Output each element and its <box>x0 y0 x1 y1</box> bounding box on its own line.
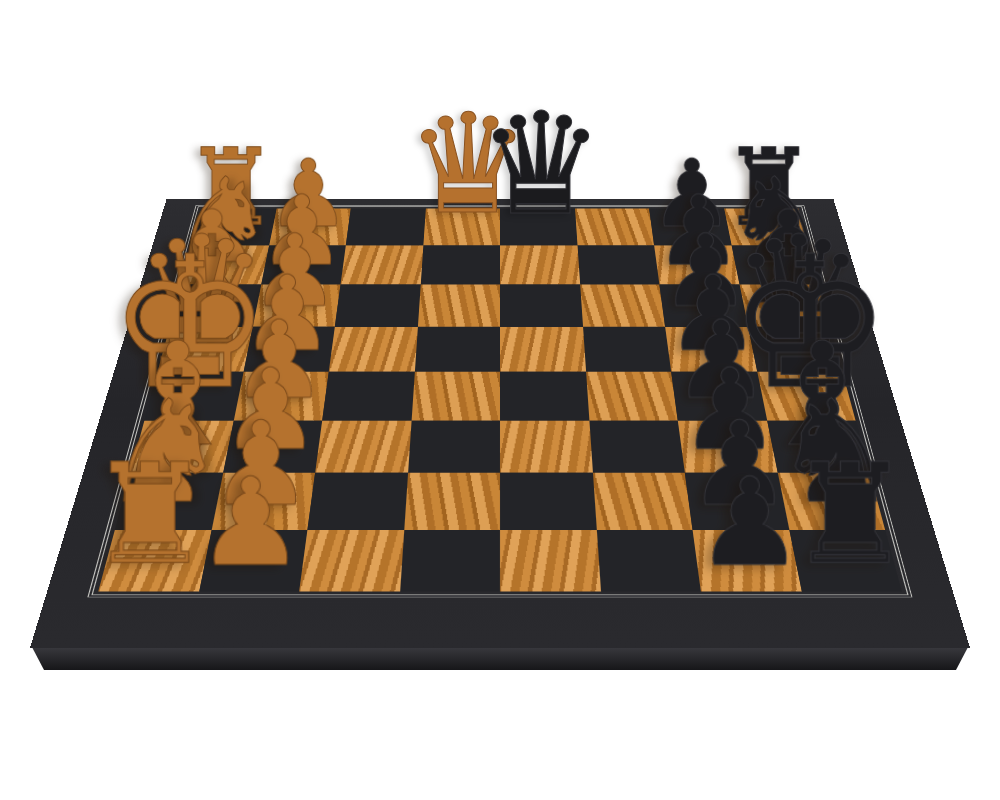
white-rook: ♜ <box>88 445 212 584</box>
square-b6 <box>577 245 659 284</box>
square-h6 <box>596 530 701 592</box>
square-h3 <box>299 530 404 592</box>
chess-board: ♜♟♟♜♞♟♟♞♝♟♟♝♛♟♟♛♚♟♟♚♝♟♟♝♞♟♟♞♜♟♟♜ <box>30 199 970 648</box>
board-front-edge <box>20 648 980 670</box>
square-c4 <box>417 285 500 327</box>
square-h1: ♜ <box>98 530 211 592</box>
square-h8: ♜ <box>789 530 902 592</box>
board-grid: ♜♟♟♜♞♟♟♞♝♟♟♝♛♟♟♛♚♟♟♚♝♟♟♝♞♟♟♞♜♟♟♜ <box>98 209 901 592</box>
square-f6 <box>589 420 685 472</box>
square-e6 <box>586 372 678 421</box>
spare-black-queen-icon: ♛ <box>478 94 604 235</box>
square-c5 <box>500 285 583 327</box>
square-g5 <box>500 473 596 530</box>
square-h4 <box>400 530 500 592</box>
square-h7: ♟ <box>693 530 802 592</box>
square-f5 <box>500 420 592 472</box>
square-f4 <box>408 420 500 472</box>
square-e5 <box>500 372 589 421</box>
chess-set-photo: ♜♟♟♜♞♟♟♞♝♟♟♝♛♟♟♛♚♟♟♚♝♟♟♝♞♟♟♞♜♟♟♜ ♛ ♛ <box>0 0 1000 800</box>
square-f3 <box>315 420 411 472</box>
square-c6 <box>580 285 665 327</box>
square-g6 <box>592 473 692 530</box>
square-g3 <box>307 473 407 530</box>
square-g4 <box>404 473 500 530</box>
square-d6 <box>583 327 672 372</box>
black-rook: ♜ <box>788 445 912 584</box>
square-b3 <box>341 245 423 284</box>
square-c3 <box>335 285 420 327</box>
square-b5 <box>500 245 580 284</box>
square-d3 <box>329 327 418 372</box>
white-pawn: ♟ <box>196 463 305 584</box>
square-e3 <box>322 372 414 421</box>
square-d5 <box>500 327 586 372</box>
square-h2: ♟ <box>199 530 308 592</box>
square-b4 <box>420 245 500 284</box>
square-d4 <box>414 327 500 372</box>
square-e4 <box>411 372 500 421</box>
square-h5 <box>500 530 600 592</box>
